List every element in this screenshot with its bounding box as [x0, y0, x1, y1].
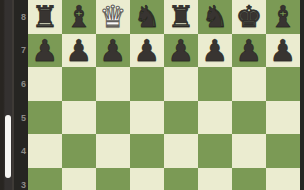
piece-white-queen-c8[interactable]: ♛ — [96, 0, 130, 34]
rank-label-3: 3 — [14, 168, 26, 190]
piece-black-rook-e8[interactable]: ♜ — [164, 0, 198, 34]
square-c5[interactable] — [96, 101, 130, 135]
piece-black-bishop-h8[interactable]: ♝ — [266, 0, 300, 34]
rank-label-4: 4 — [14, 134, 26, 168]
rank-label-7: 7 — [14, 34, 26, 68]
rank-label-8: 8 — [14, 0, 26, 34]
square-g5[interactable] — [232, 101, 266, 135]
square-b6[interactable] — [62, 67, 96, 101]
square-b5[interactable] — [62, 101, 96, 135]
square-b4[interactable] — [62, 134, 96, 168]
piece-black-pawn-f7[interactable]: ♟ — [198, 34, 232, 68]
scrollbar-thumb[interactable] — [5, 115, 11, 178]
square-g3[interactable] — [232, 168, 266, 190]
square-h3[interactable] — [266, 168, 300, 190]
square-e5[interactable] — [164, 101, 198, 135]
square-c7[interactable]: ♟ — [96, 34, 130, 68]
square-f7[interactable]: ♟ — [198, 34, 232, 68]
chess-app-screen: 876543 ♜♝♛♞♜♞♚♝♟♟♟♟♟♟♟♟ — [0, 0, 304, 190]
square-h6[interactable] — [266, 67, 300, 101]
square-a8[interactable]: ♜ — [28, 0, 62, 34]
square-e4[interactable] — [164, 134, 198, 168]
piece-black-knight-f8[interactable]: ♞ — [198, 0, 232, 34]
square-a5[interactable] — [28, 101, 62, 135]
piece-black-pawn-h7[interactable]: ♟ — [266, 34, 300, 68]
piece-black-pawn-e7[interactable]: ♟ — [164, 34, 198, 68]
square-g8[interactable]: ♚ — [232, 0, 266, 34]
square-e6[interactable] — [164, 67, 198, 101]
square-g6[interactable] — [232, 67, 266, 101]
square-a6[interactable] — [28, 67, 62, 101]
piece-black-pawn-d7[interactable]: ♟ — [130, 34, 164, 68]
piece-black-pawn-b7[interactable]: ♟ — [62, 34, 96, 68]
piece-black-bishop-b8[interactable]: ♝ — [62, 0, 96, 34]
piece-black-pawn-a7[interactable]: ♟ — [28, 34, 62, 68]
square-d3[interactable] — [130, 168, 164, 190]
square-h7[interactable]: ♟ — [266, 34, 300, 68]
square-h5[interactable] — [266, 101, 300, 135]
square-b7[interactable]: ♟ — [62, 34, 96, 68]
square-d6[interactable] — [130, 67, 164, 101]
square-c3[interactable] — [96, 168, 130, 190]
square-f8[interactable]: ♞ — [198, 0, 232, 34]
square-g4[interactable] — [232, 134, 266, 168]
rank-coordinates: 876543 — [14, 0, 28, 190]
square-d7[interactable]: ♟ — [130, 34, 164, 68]
square-a7[interactable]: ♟ — [28, 34, 62, 68]
square-f3[interactable] — [198, 168, 232, 190]
square-d5[interactable] — [130, 101, 164, 135]
rank-label-6: 6 — [14, 67, 26, 101]
square-h4[interactable] — [266, 134, 300, 168]
square-c6[interactable] — [96, 67, 130, 101]
square-e8[interactable]: ♜ — [164, 0, 198, 34]
piece-black-pawn-c7[interactable]: ♟ — [96, 34, 130, 68]
chess-board[interactable]: ♜♝♛♞♜♞♚♝♟♟♟♟♟♟♟♟ — [28, 0, 300, 190]
square-c4[interactable] — [96, 134, 130, 168]
piece-black-rook-a8[interactable]: ♜ — [28, 0, 62, 34]
square-h8[interactable]: ♝ — [266, 0, 300, 34]
square-a4[interactable] — [28, 134, 62, 168]
rank-label-5: 5 — [14, 101, 26, 135]
square-f4[interactable] — [198, 134, 232, 168]
square-b8[interactable]: ♝ — [62, 0, 96, 34]
square-a3[interactable] — [28, 168, 62, 190]
square-d8[interactable]: ♞ — [130, 0, 164, 34]
square-g7[interactable]: ♟ — [232, 34, 266, 68]
square-e3[interactable] — [164, 168, 198, 190]
square-f5[interactable] — [198, 101, 232, 135]
square-e7[interactable]: ♟ — [164, 34, 198, 68]
piece-black-pawn-g7[interactable]: ♟ — [232, 34, 266, 68]
square-b3[interactable] — [62, 168, 96, 190]
piece-black-knight-d8[interactable]: ♞ — [130, 0, 164, 34]
piece-black-king-g8[interactable]: ♚ — [232, 0, 266, 34]
square-c8[interactable]: ♛ — [96, 0, 130, 34]
square-d4[interactable] — [130, 134, 164, 168]
square-f6[interactable] — [198, 67, 232, 101]
